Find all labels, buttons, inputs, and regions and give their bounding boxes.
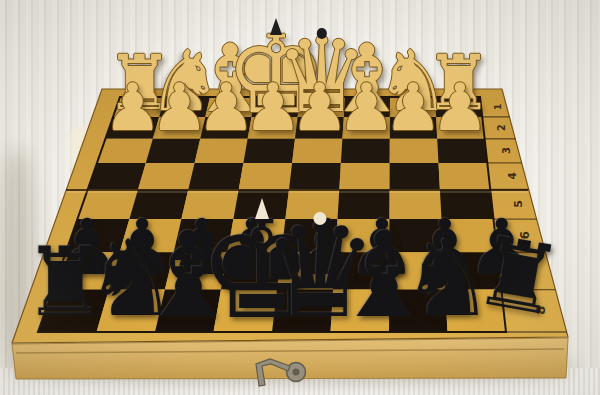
pieces-layer: ♜♞♝♚♛♝♞♜♟♟♟♟♟♟♟♟♟♟♟♟♟♟♟♟♜♞♝♚♛♝♞♜	[0, 0, 600, 395]
piece-glyph: ♜	[464, 220, 575, 331]
photo-scene: 12345678 ♜♞♝♚♛♝♞♜♟♟♟♟♟♟♟♟♟♟♟♟♟♟♟♟♜♞♝♚♛♝♞…	[0, 0, 600, 395]
piece-white-pawn[interactable]: ♟	[427, 75, 493, 141]
piece-black-rook[interactable]: ♜	[464, 220, 575, 331]
piece-glyph: ♟	[427, 75, 493, 141]
